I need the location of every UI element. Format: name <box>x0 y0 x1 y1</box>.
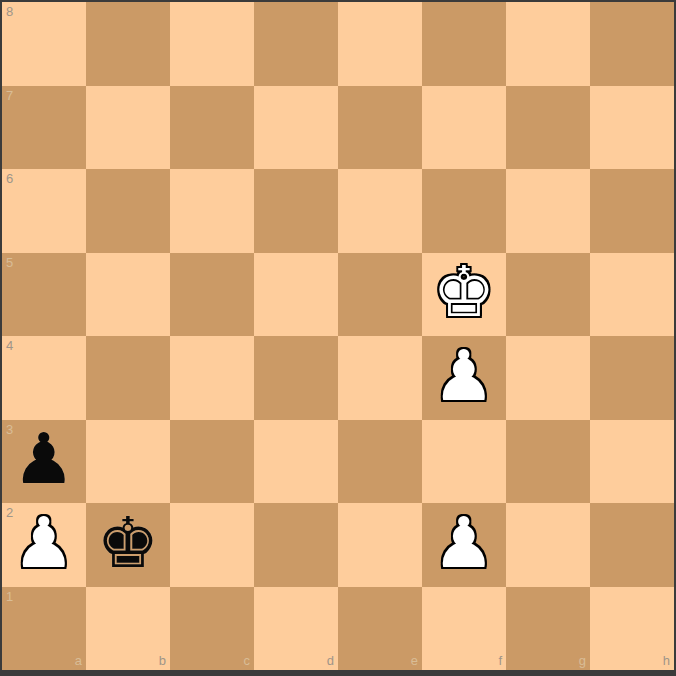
square-f5[interactable]: ♚ <box>422 253 506 337</box>
square-e1[interactable]: e <box>338 587 422 671</box>
white-pawn-f2[interactable]: ♟ <box>433 508 496 578</box>
square-c5[interactable] <box>170 253 254 337</box>
square-c8[interactable] <box>170 2 254 86</box>
file-label-g: g <box>579 654 586 667</box>
square-a2[interactable]: 2♟ <box>2 503 86 587</box>
square-a6[interactable]: 6 <box>2 169 86 253</box>
square-e5[interactable] <box>338 253 422 337</box>
rank-label-8: 8 <box>6 5 13 18</box>
square-b1[interactable]: b <box>86 587 170 671</box>
square-e7[interactable] <box>338 86 422 170</box>
square-f7[interactable] <box>422 86 506 170</box>
square-g3[interactable] <box>506 420 590 504</box>
black-king-b2[interactable]: ♚ <box>97 508 160 578</box>
square-b8[interactable] <box>86 2 170 86</box>
square-b7[interactable] <box>86 86 170 170</box>
rank-label-1: 1 <box>6 590 13 603</box>
square-d7[interactable] <box>254 86 338 170</box>
square-d1[interactable]: d <box>254 587 338 671</box>
square-h2[interactable] <box>590 503 674 587</box>
square-a4[interactable]: 4 <box>2 336 86 420</box>
square-b5[interactable] <box>86 253 170 337</box>
square-f1[interactable]: f <box>422 587 506 671</box>
square-f2[interactable]: ♟ <box>422 503 506 587</box>
file-label-e: e <box>411 654 418 667</box>
rank-label-4: 4 <box>6 339 13 352</box>
chess-board: 8765♚4♟3♟2♟♚♟1abcdefgh <box>2 2 674 670</box>
square-g8[interactable] <box>506 2 590 86</box>
square-c1[interactable]: c <box>170 587 254 671</box>
white-pawn-f4[interactable]: ♟ <box>433 341 496 411</box>
square-e4[interactable] <box>338 336 422 420</box>
square-a7[interactable]: 7 <box>2 86 86 170</box>
square-g1[interactable]: g <box>506 587 590 671</box>
rank-label-5: 5 <box>6 256 13 269</box>
square-b3[interactable] <box>86 420 170 504</box>
square-f6[interactable] <box>422 169 506 253</box>
white-pawn-a2[interactable]: ♟ <box>13 508 76 578</box>
square-d8[interactable] <box>254 2 338 86</box>
square-h5[interactable] <box>590 253 674 337</box>
square-e3[interactable] <box>338 420 422 504</box>
black-pawn-a3[interactable]: ♟ <box>13 424 76 494</box>
square-d5[interactable] <box>254 253 338 337</box>
square-d6[interactable] <box>254 169 338 253</box>
square-c4[interactable] <box>170 336 254 420</box>
white-king-f5[interactable]: ♚ <box>433 257 496 327</box>
square-g5[interactable] <box>506 253 590 337</box>
file-label-d: d <box>327 654 334 667</box>
square-c2[interactable] <box>170 503 254 587</box>
square-c3[interactable] <box>170 420 254 504</box>
square-e2[interactable] <box>338 503 422 587</box>
rank-label-7: 7 <box>6 89 13 102</box>
square-b6[interactable] <box>86 169 170 253</box>
square-f8[interactable] <box>422 2 506 86</box>
square-h6[interactable] <box>590 169 674 253</box>
square-d4[interactable] <box>254 336 338 420</box>
square-h1[interactable]: h <box>590 587 674 671</box>
square-b4[interactable] <box>86 336 170 420</box>
square-g7[interactable] <box>506 86 590 170</box>
square-d2[interactable] <box>254 503 338 587</box>
square-a1[interactable]: 1a <box>2 587 86 671</box>
square-e6[interactable] <box>338 169 422 253</box>
file-label-c: c <box>244 654 251 667</box>
square-e8[interactable] <box>338 2 422 86</box>
square-f4[interactable]: ♟ <box>422 336 506 420</box>
square-f3[interactable] <box>422 420 506 504</box>
square-c6[interactable] <box>170 169 254 253</box>
square-h4[interactable] <box>590 336 674 420</box>
board-frame: 8765♚4♟3♟2♟♚♟1abcdefgh <box>0 0 676 676</box>
square-a3[interactable]: 3♟ <box>2 420 86 504</box>
file-label-a: a <box>75 654 82 667</box>
square-b2[interactable]: ♚ <box>86 503 170 587</box>
rank-label-6: 6 <box>6 172 13 185</box>
file-label-b: b <box>159 654 166 667</box>
file-label-f: f <box>498 654 502 667</box>
square-d3[interactable] <box>254 420 338 504</box>
square-g2[interactable] <box>506 503 590 587</box>
file-label-h: h <box>663 654 670 667</box>
square-g4[interactable] <box>506 336 590 420</box>
square-a8[interactable]: 8 <box>2 2 86 86</box>
square-h8[interactable] <box>590 2 674 86</box>
square-h3[interactable] <box>590 420 674 504</box>
square-g6[interactable] <box>506 169 590 253</box>
square-h7[interactable] <box>590 86 674 170</box>
square-a5[interactable]: 5 <box>2 253 86 337</box>
square-c7[interactable] <box>170 86 254 170</box>
